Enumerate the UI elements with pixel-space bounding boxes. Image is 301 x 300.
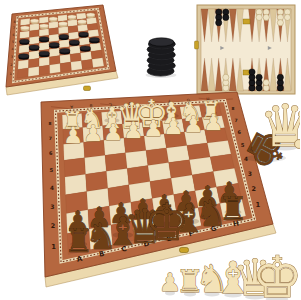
board-square — [88, 29, 99, 37]
chess-piece-white-pawn: ♟ — [163, 113, 183, 139]
board-square — [78, 24, 88, 31]
board-square — [71, 61, 83, 71]
checker-piece — [29, 45, 39, 49]
board-square — [58, 15, 68, 22]
backgammon-checker — [277, 20, 283, 26]
clasp-latch — [195, 41, 199, 49]
backgammon-checker — [249, 69, 255, 75]
rank-label-left: 8 — [48, 121, 51, 126]
rank-label-left: 3 — [50, 203, 54, 210]
checkers-rank-label: 8 — [13, 20, 15, 24]
chess-piece-white-pawn: ♟ — [203, 109, 223, 135]
board-square — [49, 48, 60, 57]
backgammon-checker — [223, 74, 229, 80]
checkers-rank-label: 5 — [12, 40, 14, 44]
checker-piece — [86, 13, 94, 17]
board-square — [92, 58, 104, 68]
checker-piece — [80, 46, 90, 50]
rank-label-left: 5 — [50, 167, 54, 173]
board-square — [29, 51, 39, 60]
rank-label-left: 4 — [50, 185, 54, 191]
chess-piece-white-pawn: ♟ — [83, 120, 103, 146]
board-square — [39, 29, 49, 37]
backgammon-checker — [284, 14, 290, 20]
checker-piece — [21, 26, 30, 30]
board-square — [65, 174, 87, 195]
chess-piece-white-pawn: ♟ — [123, 117, 143, 143]
backgammon-checker — [263, 80, 269, 86]
checker-piece — [69, 40, 79, 44]
checkers-rank-label: 2 — [10, 63, 12, 67]
rank-label-left: 1 — [51, 243, 56, 251]
board-square — [146, 148, 169, 166]
backgammon-checker — [277, 74, 283, 80]
board-square — [70, 45, 81, 54]
checker-piece — [68, 15, 76, 19]
board-square — [20, 31, 30, 39]
checkers-rank-label: 3 — [11, 55, 13, 59]
board-square — [29, 36, 39, 44]
checkers-rank-label: 6 — [13, 33, 15, 37]
checker-piece — [59, 34, 69, 38]
chess-piece-white-pawn: ♟ — [63, 122, 83, 148]
board-square — [81, 52, 93, 61]
board-square — [69, 32, 80, 40]
standing-white-queen: ♛ — [259, 92, 300, 160]
rank-label-left: 6 — [49, 150, 53, 156]
board-square — [49, 34, 59, 42]
chess-piece-white-pawn: ♟ — [143, 115, 163, 141]
checker-piece — [39, 51, 49, 55]
board-square — [166, 145, 189, 162]
checker-piece — [20, 39, 30, 43]
board-square — [28, 67, 39, 77]
checker-piece — [49, 17, 57, 21]
board-square — [39, 65, 50, 75]
product-photo: 87654321 AABBCCDDEEFFGGHH887766554433221… — [0, 0, 300, 300]
checker-piece — [39, 37, 49, 41]
chess-piece-white-pawn: ♟ — [103, 119, 123, 145]
black-checkers-stack — [146, 38, 177, 78]
board-square — [29, 58, 40, 68]
chess-piece-white-pawn: ♟ — [183, 111, 203, 137]
checker-piece — [78, 20, 87, 24]
board-square — [60, 62, 71, 72]
scene-svg: 87654321 AABBCCDDEEFFGGHH887766554433221… — [0, 0, 300, 300]
checker-piece — [60, 49, 70, 53]
board-square — [85, 155, 107, 174]
board-square — [17, 68, 28, 78]
hinge — [243, 19, 250, 24]
board-square — [70, 53, 81, 62]
checker-piece — [79, 32, 89, 36]
rank-label-right: 6 — [237, 129, 241, 135]
checker-piece — [59, 22, 68, 26]
checker-piece — [30, 19, 38, 23]
stack-top — [149, 38, 174, 46]
backgammon-checker — [256, 74, 262, 80]
checkers-rank-label: 4 — [11, 47, 13, 51]
backgammon-checker — [256, 14, 262, 20]
checkers-rank-label: 7 — [13, 26, 15, 30]
rank-label-right: 3 — [248, 170, 252, 177]
board-square — [20, 19, 30, 26]
rank-label-left: 7 — [49, 136, 52, 141]
clasp-latch — [84, 86, 91, 91]
backgammon-board — [195, 5, 296, 94]
board-square — [39, 42, 49, 51]
backgammon-checker — [263, 14, 269, 20]
board-square — [86, 171, 108, 191]
board-square — [19, 45, 29, 54]
board-square — [126, 150, 148, 168]
backgammon-checker — [223, 14, 229, 20]
board-square — [105, 153, 127, 172]
checkers-board: 87654321 — [6, 5, 118, 95]
cropped-piece-edge — [295, 140, 301, 149]
board-square — [50, 64, 61, 74]
lineup-white-king: ♚ — [251, 244, 300, 300]
rank-label-right: 7 — [234, 118, 237, 123]
board-square — [81, 59, 93, 69]
backgammon-checker — [216, 20, 222, 26]
rank-label-right: 2 — [251, 185, 255, 193]
board-square — [30, 24, 40, 31]
rank-label-right: 8 — [232, 106, 235, 111]
board-square — [18, 60, 29, 70]
checkers-rank-label: 1 — [10, 72, 12, 76]
checker-piece — [19, 54, 29, 58]
checker-piece — [49, 43, 59, 47]
board-square — [59, 40, 70, 48]
board-square — [58, 27, 68, 35]
checker-piece — [89, 38, 99, 42]
rank-label-right: 1 — [255, 201, 260, 209]
checker-piece — [40, 24, 49, 28]
rank-label-left: 2 — [51, 222, 55, 230]
chess-piece-brown-rook: ♜ — [218, 190, 247, 228]
board-square — [50, 56, 61, 65]
board-square — [64, 158, 86, 177]
